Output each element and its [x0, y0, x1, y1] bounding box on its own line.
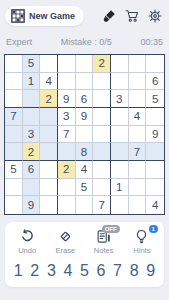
- cell-r5c7[interactable]: [111, 126, 129, 144]
- hints-count-badge: 1: [149, 225, 158, 233]
- cell-r9c4[interactable]: [58, 196, 76, 214]
- cell-r4c7[interactable]: [111, 108, 129, 126]
- cell-r6c4[interactable]: [58, 143, 76, 161]
- numpad-7[interactable]: 7: [111, 262, 125, 280]
- hints-button[interactable]: 1 Hints: [124, 229, 160, 255]
- difficulty-label: Expert: [6, 37, 32, 47]
- cell-r1c4[interactable]: [58, 55, 76, 73]
- controls-row: Undo Erase OFF Notes 1 Hints: [8, 229, 161, 255]
- cell-r3c6[interactable]: [93, 90, 111, 108]
- cell-r5c8[interactable]: [129, 126, 147, 144]
- cell-r2c2[interactable]: 1: [23, 73, 41, 91]
- cell-r2c4[interactable]: [58, 73, 76, 91]
- new-game-button[interactable]: New Game: [5, 6, 84, 26]
- cell-r5c3[interactable]: [40, 126, 58, 144]
- erase-label: Erase: [56, 246, 76, 255]
- cell-r9c5[interactable]: [76, 196, 94, 214]
- undo-icon: [20, 229, 35, 244]
- top-bar: New Game: [0, 0, 169, 27]
- cell-r3c7[interactable]: 3: [111, 90, 129, 108]
- cell-r9c7[interactable]: [111, 196, 129, 214]
- cell-r8c8[interactable]: [129, 179, 147, 197]
- cell-r9c1[interactable]: [5, 196, 23, 214]
- numpad-2[interactable]: 2: [28, 262, 42, 280]
- cell-r6c3[interactable]: [40, 143, 58, 161]
- cell-r3c3[interactable]: 2: [40, 90, 58, 108]
- cell-r3c9[interactable]: 5: [146, 90, 164, 108]
- undo-button[interactable]: Undo: [9, 229, 45, 255]
- cell-r7c1[interactable]: 5: [5, 161, 23, 179]
- cell-r6c7[interactable]: [111, 143, 129, 161]
- cell-r4c8[interactable]: 4: [129, 108, 147, 126]
- cell-r9c6[interactable]: 7: [93, 196, 111, 214]
- cell-r8c6[interactable]: [93, 179, 111, 197]
- cell-r5c2[interactable]: 3: [23, 126, 41, 144]
- cell-r9c9[interactable]: 4: [146, 196, 164, 214]
- timer: 00:35: [140, 37, 163, 47]
- cell-r4c5[interactable]: 9: [76, 108, 94, 126]
- cell-r7c9[interactable]: [146, 161, 164, 179]
- sudoku-grid-icon: [11, 9, 25, 23]
- numpad-5[interactable]: 5: [77, 262, 91, 280]
- cell-r2c5[interactable]: [76, 73, 94, 91]
- numpad-6[interactable]: 6: [94, 262, 108, 280]
- cell-r9c2[interactable]: 9: [23, 196, 41, 214]
- cell-r1c5[interactable]: [76, 55, 94, 73]
- cell-r2c9[interactable]: 6: [146, 73, 164, 91]
- cell-r9c3[interactable]: [40, 196, 58, 214]
- cell-r1c7[interactable]: [111, 55, 129, 73]
- cell-r3c5[interactable]: 6: [76, 90, 94, 108]
- status-bar: Expert Mistake : 0/5 00:35: [0, 27, 169, 54]
- gear-icon[interactable]: [148, 9, 162, 23]
- cell-r1c6[interactable]: 2: [93, 55, 111, 73]
- cell-r4c3[interactable]: [40, 108, 58, 126]
- cell-r2c3[interactable]: 4: [40, 73, 58, 91]
- cell-r7c3[interactable]: [40, 161, 58, 179]
- cell-r5c6[interactable]: [93, 126, 111, 144]
- cell-r8c1[interactable]: [5, 179, 23, 197]
- cell-r1c9[interactable]: [146, 55, 164, 73]
- numpad-8[interactable]: 8: [127, 262, 141, 280]
- cell-r3c1[interactable]: [5, 90, 23, 108]
- numpad-9[interactable]: 9: [144, 262, 158, 280]
- cell-r4c6[interactable]: [93, 108, 111, 126]
- control-panel: Undo Erase OFF Notes 1 Hints: [5, 222, 164, 287]
- cell-r2c8[interactable]: [129, 73, 147, 91]
- cell-r1c3[interactable]: [40, 55, 58, 73]
- numpad-3[interactable]: 3: [44, 262, 58, 280]
- cell-r8c9[interactable]: [146, 179, 164, 197]
- notes-button[interactable]: OFF Notes: [86, 229, 122, 255]
- cell-r1c2[interactable]: 5: [23, 55, 41, 73]
- cell-r7c8[interactable]: [129, 161, 147, 179]
- cell-r1c1[interactable]: [5, 55, 23, 73]
- cell-r1c8[interactable]: [129, 55, 147, 73]
- numpad-1[interactable]: 1: [11, 262, 25, 280]
- cell-r7c7[interactable]: [111, 161, 129, 179]
- cell-r7c6[interactable]: [93, 161, 111, 179]
- notes-label: Notes: [94, 246, 114, 255]
- cell-r5c9[interactable]: 9: [146, 126, 164, 144]
- brush-icon[interactable]: [102, 9, 116, 23]
- cell-r6c9[interactable]: [146, 143, 164, 161]
- erase-button[interactable]: Erase: [47, 229, 83, 255]
- cell-r2c1[interactable]: [5, 73, 23, 91]
- cell-r5c1[interactable]: [5, 126, 23, 144]
- cell-r8c4[interactable]: [58, 179, 76, 197]
- cell-r2c6[interactable]: [93, 73, 111, 91]
- numpad-4[interactable]: 4: [61, 262, 75, 280]
- cell-r6c2[interactable]: 2: [23, 143, 41, 161]
- cell-r8c2[interactable]: [23, 179, 41, 197]
- cell-r6c6[interactable]: [93, 143, 111, 161]
- sudoku-board[interactable]: 52146296357394379287562451974: [4, 54, 165, 215]
- cart-icon[interactable]: [125, 9, 139, 23]
- cell-r7c5[interactable]: 4: [76, 161, 94, 179]
- top-icons: [102, 9, 162, 23]
- cell-r3c8[interactable]: [129, 90, 147, 108]
- notes-off-badge: OFF: [102, 225, 120, 233]
- cell-r6c5[interactable]: 8: [76, 143, 94, 161]
- cell-r4c4[interactable]: 3: [58, 108, 76, 126]
- cell-r6c8[interactable]: 7: [129, 143, 147, 161]
- undo-label: Undo: [18, 246, 36, 255]
- cell-r5c5[interactable]: [76, 126, 94, 144]
- cell-r8c3[interactable]: [40, 179, 58, 197]
- cell-r7c2[interactable]: 6: [23, 161, 41, 179]
- hints-icon: [134, 229, 149, 244]
- cell-r5c4[interactable]: 7: [58, 126, 76, 144]
- cell-r8c5[interactable]: 5: [76, 179, 94, 197]
- erase-icon: [58, 229, 73, 244]
- cell-r8c7[interactable]: 1: [111, 179, 129, 197]
- mistakes-counter: Mistake : 0/5: [61, 37, 112, 47]
- numpad: 123456789: [8, 262, 161, 280]
- cell-r6c1[interactable]: [5, 143, 23, 161]
- cell-r9c8[interactable]: [129, 196, 147, 214]
- hints-label: Hints: [133, 246, 150, 255]
- cell-r4c2[interactable]: [23, 108, 41, 126]
- cell-r3c4[interactable]: 9: [58, 90, 76, 108]
- new-game-label: New Game: [29, 11, 75, 21]
- cell-r7c4[interactable]: 2: [58, 161, 76, 179]
- cell-r3c2[interactable]: [23, 90, 41, 108]
- cell-r4c1[interactable]: 7: [5, 108, 23, 126]
- cell-r4c9[interactable]: [146, 108, 164, 126]
- cell-r2c7[interactable]: [111, 73, 129, 91]
